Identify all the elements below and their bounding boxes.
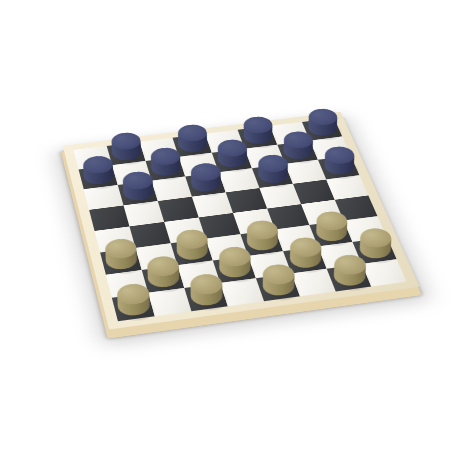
square-a5 (89, 205, 129, 230)
square-b6 (118, 181, 158, 206)
square-b2 (142, 265, 185, 293)
square-a6 (84, 185, 124, 210)
square-b8 (107, 142, 146, 165)
checker-piece-navy (175, 135, 209, 155)
checker-piece-navy (188, 174, 223, 195)
checker-piece-olive (187, 285, 224, 309)
checker-piece-olive (216, 258, 253, 281)
checker-piece-navy (81, 167, 115, 188)
scene (0, 0, 457, 457)
checker-piece-olive (286, 248, 323, 271)
checker-piece-navy (215, 150, 249, 170)
checker-piece-navy (148, 159, 182, 179)
checker-piece-navy (321, 157, 357, 177)
square-h6 (318, 156, 359, 180)
checker-piece-olive (243, 231, 280, 254)
checker-piece-navy (121, 183, 155, 204)
checker-piece-olive (103, 250, 139, 273)
square-g1 (327, 264, 372, 291)
checker-piece-olive (115, 295, 152, 319)
checker-piece-navy (109, 143, 142, 163)
square-f6 (252, 164, 293, 188)
checker-piece-olive (145, 267, 181, 291)
square-a3 (100, 248, 142, 275)
square-e1 (256, 273, 300, 301)
square-c1 (184, 283, 228, 311)
checker-piece-olive (174, 241, 210, 264)
board-grid (74, 118, 407, 321)
square-a7 (79, 165, 118, 189)
checker-piece-olive (330, 266, 368, 290)
photo-backdrop (0, 0, 457, 457)
checker-piece-olive (259, 275, 297, 299)
checker-piece-navy (255, 166, 290, 187)
square-d6 (185, 172, 226, 196)
checkers-board (63, 112, 420, 330)
square-a1 (112, 293, 155, 321)
square-b5 (124, 201, 165, 226)
